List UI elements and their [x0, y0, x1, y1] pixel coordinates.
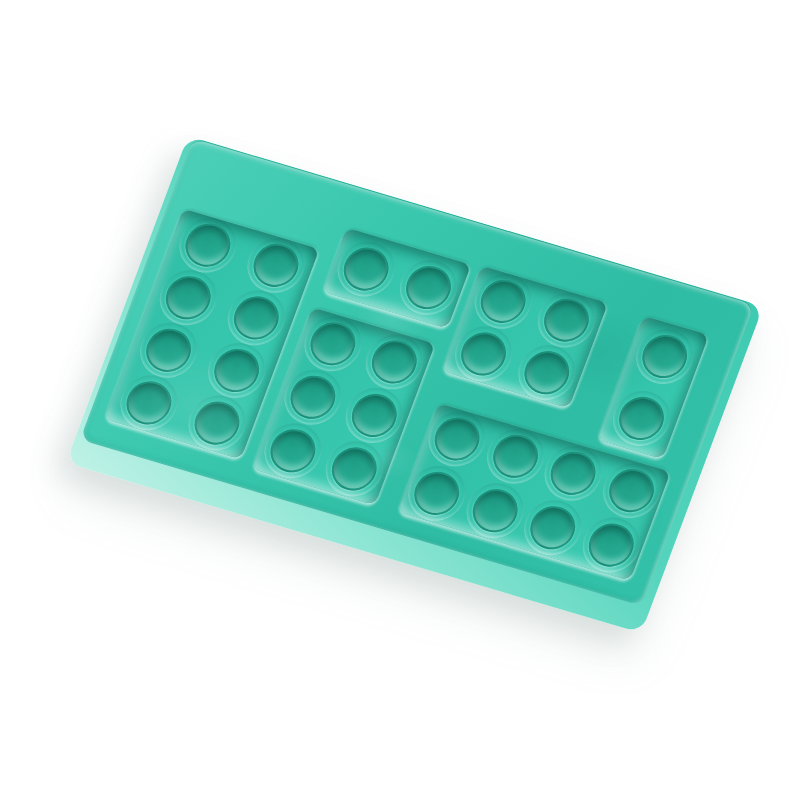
silicone-mold	[66, 136, 763, 633]
stud-hole	[325, 442, 383, 496]
stud-hole	[455, 327, 513, 381]
stud-hole	[284, 370, 342, 424]
stud-hole	[227, 291, 285, 345]
stud-hole	[207, 343, 265, 397]
stud-hole	[408, 467, 466, 521]
stud-hole	[159, 271, 217, 325]
brick-cavity-1x2-portrait	[597, 316, 709, 459]
stud-hole	[613, 392, 671, 446]
stud-hole	[139, 323, 197, 377]
mold-top-surface	[80, 137, 755, 606]
stud-hole	[524, 501, 582, 555]
stud-hole	[399, 260, 457, 314]
stud-hole	[636, 330, 694, 384]
stud-hole	[247, 238, 305, 292]
stud-hole	[366, 335, 424, 389]
photo-scene	[0, 0, 800, 800]
brick-cavity-2x2-square	[442, 266, 608, 409]
stud-hole	[179, 218, 237, 272]
stud-hole	[188, 396, 246, 450]
stud-hole	[337, 242, 395, 296]
stud-hole	[429, 412, 487, 466]
stud-hole	[603, 464, 661, 518]
stud-hole	[466, 484, 524, 538]
stud-hole	[120, 376, 178, 430]
stud-hole	[582, 518, 640, 572]
stud-hole	[487, 429, 545, 483]
stud-hole	[304, 316, 362, 370]
stud-hole	[518, 346, 576, 400]
stud-hole	[545, 446, 603, 500]
stud-hole	[474, 274, 532, 328]
brick-cavity-1x2-landscape	[323, 228, 472, 329]
stud-hole	[345, 389, 403, 443]
stud-hole	[538, 293, 596, 347]
stud-hole	[264, 424, 322, 478]
